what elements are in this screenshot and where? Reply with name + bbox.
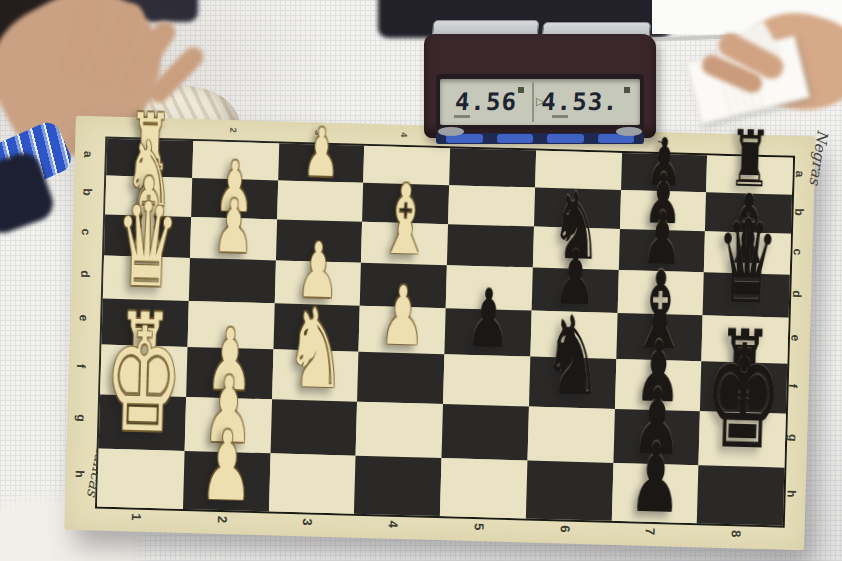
piece-white-bishop-c4[interactable]: ♝: [361, 171, 449, 269]
piece-black-pawn-e5[interactable]: ♟: [444, 277, 532, 360]
coord-file-f-right: f: [786, 384, 800, 388]
clock-oval-button[interactable]: [438, 127, 464, 136]
chess-board-mat: ♜♟♟♜♞♟♟♝♟♝♞♟♝♛♟♟♛♟♟♝♜♟♞♞♟♜♚♟♟♚♟♟ 1122334…: [64, 116, 815, 551]
piece-black-king-g8[interactable]: ♚: [699, 326, 789, 472]
clock-button[interactable]: [547, 134, 584, 143]
square-c2[interactable]: ♟: [190, 217, 277, 260]
square-b5[interactable]: [448, 185, 535, 226]
piece-white-pawn-e4[interactable]: ♟: [359, 275, 447, 358]
coord-rank-3-bottom: 3: [300, 518, 315, 526]
coord-file-c-right: c: [791, 248, 805, 255]
square-b3[interactable]: [277, 180, 364, 221]
square-c4[interactable]: ♝: [361, 222, 448, 265]
coord-file-c-left: c: [79, 228, 93, 235]
piece-white-knight-f3[interactable]: ♞: [271, 294, 360, 405]
square-f4[interactable]: [357, 352, 444, 404]
coord-file-e-right: e: [788, 334, 802, 341]
square-f6[interactable]: ♞: [529, 357, 616, 409]
flag-icon: [624, 87, 630, 93]
clock-body: 4.56 4.53. ▷: [424, 34, 656, 138]
coord-file-h-left: h: [72, 470, 86, 478]
turn-indicator-icon: ▷: [536, 95, 544, 108]
clock-button[interactable]: [497, 134, 534, 143]
coord-rank-8-bottom: 8: [729, 530, 744, 538]
square-g8[interactable]: ♚: [699, 411, 786, 467]
coord-file-d-left: d: [78, 270, 92, 278]
square-h8[interactable]: [697, 465, 784, 525]
piece-white-pawn-h2[interactable]: ♟: [183, 417, 271, 515]
piece-white-pawn-a3[interactable]: ♟: [278, 118, 366, 186]
coord-file-d-right: d: [790, 290, 804, 298]
square-c5[interactable]: [447, 224, 534, 267]
square-h1[interactable]: [97, 449, 184, 509]
coord-file-f-left: f: [74, 364, 88, 368]
tournament-photo-scene: ♜♟♟♜♞♟♟♝♟♝♞♟♝♛♟♟♛♟♟♝♜♟♞♞♟♜♚♟♟♚♟♟ 1122334…: [0, 0, 842, 561]
lcd-mark: [454, 115, 470, 118]
piece-white-pawn-c2[interactable]: ♟: [190, 189, 278, 264]
coord-rank-4-top: 4: [399, 132, 409, 137]
piece-black-queen-d8[interactable]: ♛: [703, 204, 792, 322]
flag-icon: [518, 87, 524, 93]
square-g4[interactable]: [356, 402, 443, 458]
coord-file-a-right: a: [793, 170, 807, 177]
square-e4[interactable]: ♟: [359, 306, 446, 354]
coord-rank-5-bottom: 5: [472, 523, 487, 531]
square-e5[interactable]: ♟: [444, 308, 531, 356]
clock-lcd-frame: 4.56 4.53. ▷: [436, 74, 644, 130]
chess-clock: 4.56 4.53. ▷: [424, 20, 656, 138]
square-d2[interactable]: [189, 258, 276, 303]
piece-white-king-g1[interactable]: ♚: [99, 309, 189, 455]
square-g5[interactable]: [442, 404, 529, 460]
piece-black-pawn-h7[interactable]: ♟: [611, 429, 699, 527]
square-a5[interactable]: [449, 148, 536, 187]
square-g3[interactable]: [270, 399, 357, 455]
square-f3[interactable]: ♞: [272, 349, 359, 401]
square-h7[interactable]: ♟: [611, 463, 698, 523]
coord-file-h-right: h: [784, 490, 798, 498]
coord-file-g-left: g: [74, 414, 88, 422]
piece-black-knight-f6[interactable]: ♞: [529, 302, 618, 413]
square-g1[interactable]: ♚: [99, 395, 186, 451]
piece-white-queen-d1[interactable]: ♛: [103, 187, 192, 305]
clock-lcd: 4.56 4.53. ▷: [440, 79, 640, 125]
square-h6[interactable]: [526, 460, 613, 520]
coord-rank-4-bottom: 4: [386, 520, 401, 528]
coord-rank-2-top: 2: [228, 127, 238, 132]
clock-button-strip: [436, 133, 644, 144]
square-g6[interactable]: [527, 407, 614, 463]
clock-oval-button[interactable]: [616, 127, 642, 136]
square-h5[interactable]: [440, 458, 527, 518]
square-h2[interactable]: ♟: [183, 451, 270, 511]
square-f5[interactable]: [443, 354, 530, 406]
clock-time-right: 4.53.: [533, 88, 627, 116]
coord-file-g-right: g: [786, 434, 800, 442]
square-h4[interactable]: [354, 456, 441, 516]
coord-rank-1-bottom: 1: [129, 513, 144, 521]
square-a3[interactable]: ♟: [278, 143, 365, 182]
lcd-mark: [552, 115, 568, 118]
coord-file-b-right: b: [792, 208, 806, 216]
coord-file-e-left: e: [77, 315, 91, 322]
square-h3[interactable]: [268, 453, 355, 513]
coord-file-a-left: a: [81, 150, 95, 157]
coord-rank-6-bottom: 6: [557, 525, 572, 533]
chess-board: ♜♟♟♜♞♟♟♝♟♝♞♟♝♛♟♟♛♟♟♝♜♟♞♞♟♜♚♟♟♚♟♟: [95, 137, 795, 528]
label-negras: Negras: [806, 129, 832, 186]
coord-file-b-left: b: [80, 188, 94, 196]
